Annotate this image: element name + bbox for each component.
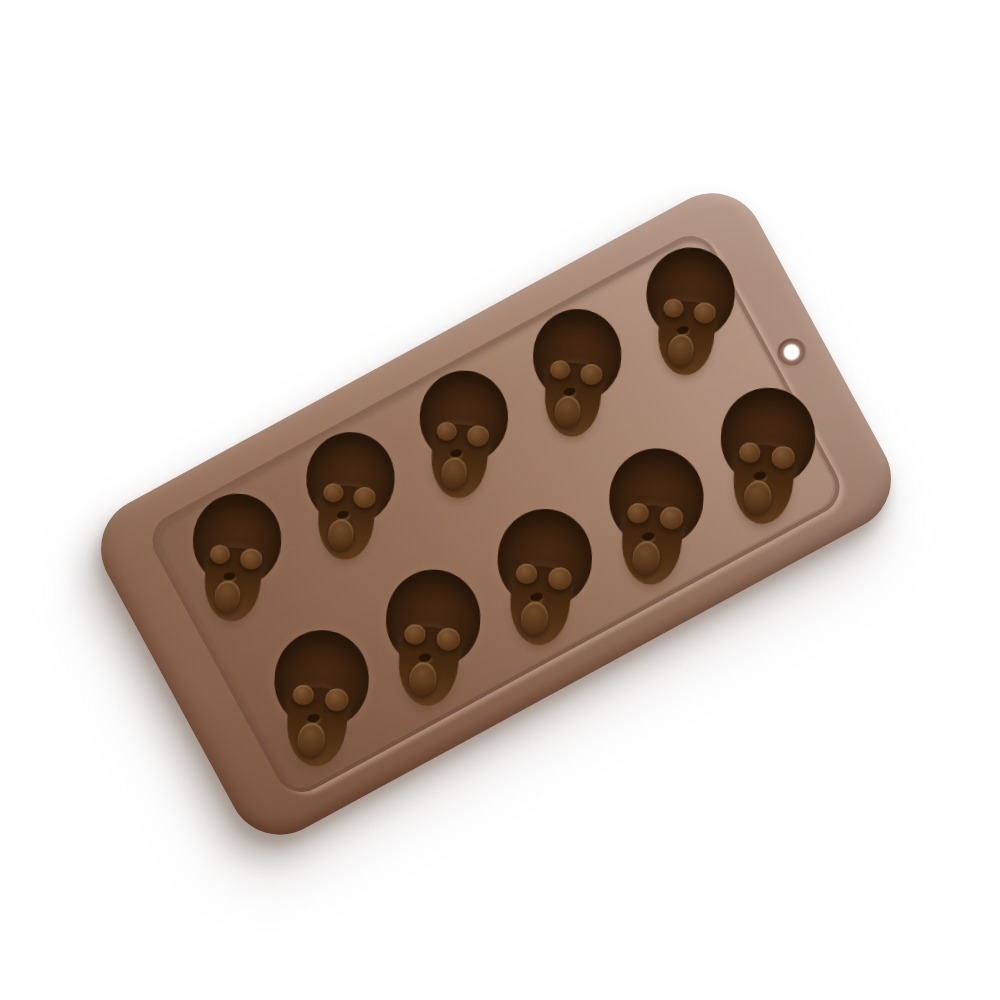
skull-cavity [268, 627, 372, 772]
skull-cavity [641, 245, 739, 381]
skull-cavity [715, 385, 819, 530]
skull-cavity [187, 491, 285, 627]
skull-cavity [414, 368, 512, 504]
skull-cavity [380, 567, 484, 712]
skull-cavity [603, 446, 707, 591]
skull-cavity [527, 306, 625, 442]
skull-cavity [491, 506, 595, 651]
product-photo-stage: A brown silicone mold tray photographed … [0, 0, 1000, 1000]
mold-tray [83, 175, 910, 853]
skull-cavity [300, 430, 398, 566]
